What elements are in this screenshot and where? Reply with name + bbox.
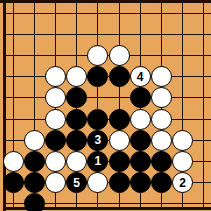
stone-white xyxy=(109,45,130,66)
stone-black xyxy=(130,151,151,172)
stone-white xyxy=(151,66,172,87)
stone-white xyxy=(66,151,87,172)
stone-white: 4 xyxy=(130,66,151,87)
stone-white xyxy=(45,151,66,172)
move-number-label: 4 xyxy=(137,71,144,83)
stone-black xyxy=(109,172,130,193)
go-diagram: 43152 xyxy=(0,0,211,211)
stone-black xyxy=(109,151,130,172)
stone-black xyxy=(151,151,172,172)
stone-white xyxy=(45,172,66,193)
stone-black xyxy=(130,172,151,193)
stone-white xyxy=(45,66,66,87)
stone-white xyxy=(45,109,66,130)
stone-black xyxy=(87,66,108,87)
stone-white xyxy=(172,151,193,172)
stone-black: 1 xyxy=(87,151,108,172)
stone-black xyxy=(130,87,151,108)
stone-white xyxy=(151,87,172,108)
grid-horizontal-line xyxy=(6,34,211,35)
grid-horizontal-line xyxy=(6,13,211,14)
stone-black xyxy=(130,130,151,151)
stone-black xyxy=(3,172,24,193)
move-number-label: 3 xyxy=(94,134,101,146)
stone-black xyxy=(109,109,130,130)
stone-white xyxy=(87,172,108,193)
stone-white xyxy=(3,151,24,172)
stone-black: 3 xyxy=(87,130,108,151)
stone-black xyxy=(24,151,45,172)
stone-white xyxy=(172,130,193,151)
stone-white xyxy=(45,87,66,108)
stone-white xyxy=(66,66,87,87)
move-number-label: 5 xyxy=(73,177,80,189)
stone-black: 5 xyxy=(66,172,87,193)
stone-black xyxy=(24,172,45,193)
stone-black xyxy=(87,109,108,130)
stone-white: 2 xyxy=(172,172,193,193)
stone-black xyxy=(24,193,45,211)
stone-white xyxy=(151,109,172,130)
stone-white xyxy=(130,109,151,130)
stone-white xyxy=(109,130,130,151)
stone-white xyxy=(151,130,172,151)
move-number-label: 2 xyxy=(179,177,186,189)
stone-black xyxy=(66,109,87,130)
stone-black xyxy=(45,130,66,151)
stone-black xyxy=(109,66,130,87)
grid-horizontal-line xyxy=(6,97,211,98)
stone-black xyxy=(66,130,87,151)
go-board: 43152 xyxy=(0,0,211,211)
stone-black xyxy=(66,87,87,108)
stone-white xyxy=(24,130,45,151)
board-edge-top xyxy=(0,0,211,3)
stone-black xyxy=(151,172,172,193)
move-number-label: 1 xyxy=(94,155,101,167)
stone-white xyxy=(87,45,108,66)
